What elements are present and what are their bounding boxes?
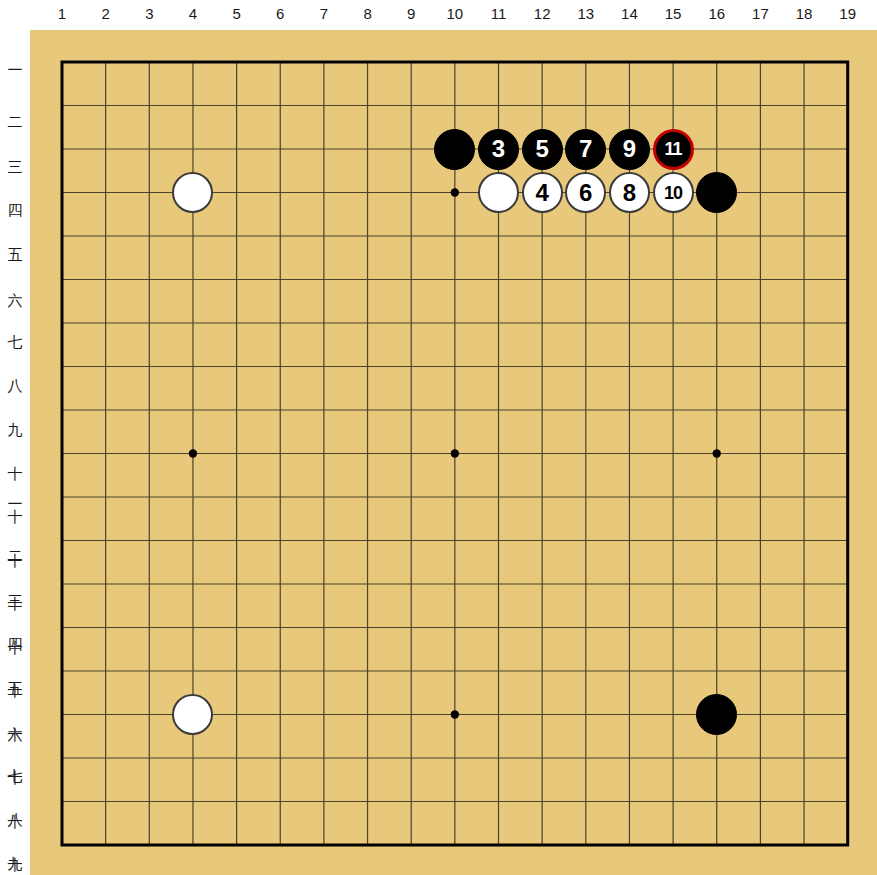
stone-number: 7 — [579, 137, 592, 161]
row-label: 十七 — [0, 736, 30, 780]
row-label: 九 — [0, 388, 30, 432]
white-stone — [478, 172, 519, 213]
stone-number: 8 — [623, 181, 636, 205]
black-stone-move-3: 3 — [478, 129, 519, 170]
go-diagram-page: 12345678910111213141516171819 一二三四五六七八九十… — [0, 0, 877, 875]
stone-number: 9 — [623, 137, 636, 161]
column-label: 10 — [438, 1, 472, 27]
column-label: 15 — [656, 1, 690, 27]
row-label: 五 — [0, 214, 30, 258]
row-label: 一 — [0, 40, 30, 84]
column-label: 1 — [45, 1, 79, 27]
stone-number: 5 — [535, 137, 548, 161]
black-stone — [696, 694, 737, 735]
stones-layer: 46810357911 — [30, 30, 877, 875]
black-stone-move-11: 11 — [653, 129, 694, 170]
stone-number: 6 — [579, 181, 592, 205]
column-label: 8 — [351, 1, 385, 27]
column-label: 13 — [569, 1, 603, 27]
column-label: 16 — [700, 1, 734, 27]
column-label: 3 — [132, 1, 166, 27]
white-stone-move-4: 4 — [522, 172, 563, 213]
white-stone — [172, 172, 213, 213]
column-label: 12 — [525, 1, 559, 27]
stone-number: 4 — [535, 181, 548, 205]
column-label: 4 — [176, 1, 210, 27]
row-label: 十六 — [0, 693, 30, 737]
column-label: 19 — [831, 1, 865, 27]
column-label: 11 — [482, 1, 516, 27]
stone-number: 10 — [664, 184, 682, 202]
row-label: 八 — [0, 345, 30, 389]
column-label: 5 — [220, 1, 254, 27]
row-label: 七 — [0, 301, 30, 345]
white-stone — [172, 694, 213, 735]
black-stone — [434, 129, 475, 170]
row-label: 十八 — [0, 780, 30, 824]
go-board[interactable]: 46810357911 — [30, 30, 877, 875]
column-label: 14 — [612, 1, 646, 27]
row-label: 六 — [0, 258, 30, 302]
row-label: 二 — [0, 84, 30, 128]
white-stone-move-10: 10 — [653, 172, 694, 213]
column-label: 17 — [743, 1, 777, 27]
column-label: 18 — [787, 1, 821, 27]
row-label: 四 — [0, 171, 30, 215]
black-stone — [696, 172, 737, 213]
white-stone-move-6: 6 — [565, 172, 606, 213]
row-label: 十九 — [0, 823, 30, 867]
black-stone-move-5: 5 — [522, 129, 563, 170]
stone-number: 3 — [492, 137, 505, 161]
row-label: 十二 — [0, 519, 30, 563]
row-label: 十 — [0, 432, 30, 476]
row-label: 十三 — [0, 562, 30, 606]
stone-number: 11 — [665, 140, 682, 158]
column-label: 7 — [307, 1, 341, 27]
white-stone-move-8: 8 — [609, 172, 650, 213]
row-label: 十四 — [0, 606, 30, 650]
row-label: 三 — [0, 127, 30, 171]
row-label: 十一 — [0, 475, 30, 519]
black-stone-move-9: 9 — [609, 129, 650, 170]
column-label: 2 — [89, 1, 123, 27]
column-label: 6 — [263, 1, 297, 27]
row-label: 十五 — [0, 649, 30, 693]
black-stone-move-7: 7 — [565, 129, 606, 170]
column-label: 9 — [394, 1, 428, 27]
